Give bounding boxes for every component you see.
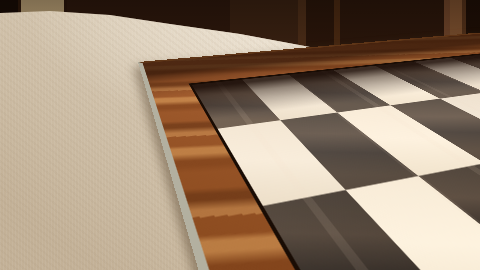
photo-scene: [0, 0, 480, 270]
board-grid: [0, 0, 480, 84]
chess-board: [0, 0, 480, 62]
board-shadow-wrap: [0, 0, 480, 270]
